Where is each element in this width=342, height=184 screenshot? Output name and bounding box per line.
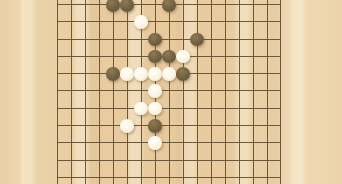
board-cell xyxy=(169,160,183,177)
board-cell xyxy=(211,142,225,159)
board-cell xyxy=(85,90,99,107)
board-cell xyxy=(57,4,71,21)
board-cell xyxy=(127,39,141,56)
white-stone[interactable] xyxy=(162,67,176,81)
board-cell xyxy=(225,4,239,21)
board-cell xyxy=(169,177,183,184)
board-cell xyxy=(71,125,85,142)
board-cell xyxy=(267,21,281,38)
board-cell xyxy=(267,90,281,107)
board-cell xyxy=(85,160,99,177)
board-cell xyxy=(239,160,253,177)
black-stone[interactable] xyxy=(162,0,176,12)
board-cell xyxy=(239,39,253,56)
board-cell xyxy=(211,177,225,184)
wood-background xyxy=(0,0,342,184)
board-cell xyxy=(253,142,267,159)
board-cell xyxy=(253,4,267,21)
board-cell xyxy=(71,4,85,21)
board-cell xyxy=(225,108,239,125)
board-cell xyxy=(169,21,183,38)
board-cell xyxy=(57,125,71,142)
board-cell xyxy=(85,39,99,56)
board-cell xyxy=(57,160,71,177)
white-stone[interactable] xyxy=(134,102,148,116)
board-cell xyxy=(141,177,155,184)
black-stone[interactable] xyxy=(106,0,120,12)
board-cell xyxy=(85,142,99,159)
board-cell xyxy=(99,21,113,38)
board-cell xyxy=(225,73,239,90)
board-cell xyxy=(197,4,211,21)
board-cell xyxy=(211,4,225,21)
board-cell xyxy=(71,21,85,38)
board-cell xyxy=(267,39,281,56)
board-cell xyxy=(169,108,183,125)
white-stone[interactable] xyxy=(120,67,134,81)
board-cell xyxy=(211,21,225,38)
board-cell xyxy=(253,108,267,125)
board-cell xyxy=(183,108,197,125)
board-cell xyxy=(239,90,253,107)
board-cell xyxy=(71,160,85,177)
board-cell xyxy=(239,177,253,184)
board-cell xyxy=(225,39,239,56)
board-cell xyxy=(225,160,239,177)
board-cell xyxy=(211,160,225,177)
board-cell xyxy=(85,125,99,142)
board-cell xyxy=(99,142,113,159)
board-cell xyxy=(155,160,169,177)
board-cell xyxy=(225,21,239,38)
black-stone[interactable] xyxy=(176,67,190,81)
board-cell xyxy=(253,90,267,107)
board-cell xyxy=(169,142,183,159)
board-cell xyxy=(169,90,183,107)
board-cell xyxy=(253,160,267,177)
board-cell xyxy=(127,142,141,159)
board-cell xyxy=(57,56,71,73)
white-stone[interactable] xyxy=(120,119,134,133)
black-stone[interactable] xyxy=(106,67,120,81)
board-cell xyxy=(57,177,71,184)
black-stone[interactable] xyxy=(148,33,162,47)
board-cell xyxy=(225,142,239,159)
board-cell xyxy=(197,160,211,177)
board-cell xyxy=(239,56,253,73)
board-cell xyxy=(71,39,85,56)
board-cell xyxy=(85,21,99,38)
board-cell xyxy=(253,177,267,184)
board-cell xyxy=(113,177,127,184)
board-cell xyxy=(253,39,267,56)
board-cell xyxy=(71,177,85,184)
board-cell xyxy=(211,56,225,73)
board-cell xyxy=(267,160,281,177)
board-cell xyxy=(183,177,197,184)
board-cell xyxy=(99,90,113,107)
board-cell xyxy=(253,73,267,90)
board-cell xyxy=(85,108,99,125)
board-cell xyxy=(169,125,183,142)
board-cell xyxy=(183,125,197,142)
board-cell xyxy=(71,73,85,90)
board-cell xyxy=(113,90,127,107)
board-cell xyxy=(197,142,211,159)
gomoku-board-grid[interactable] xyxy=(57,0,281,184)
board-cell xyxy=(155,177,169,184)
board-cell xyxy=(127,177,141,184)
board-cell xyxy=(253,56,267,73)
board-cell xyxy=(197,125,211,142)
board-cell xyxy=(267,108,281,125)
board-cell xyxy=(99,108,113,125)
board-cell xyxy=(211,108,225,125)
white-stone[interactable] xyxy=(148,136,162,150)
board-cell xyxy=(71,108,85,125)
board-cell xyxy=(267,177,281,184)
board-cell xyxy=(225,177,239,184)
board-cell xyxy=(141,160,155,177)
white-stone[interactable] xyxy=(148,67,162,81)
board-cell xyxy=(71,56,85,73)
board-cell xyxy=(197,108,211,125)
board-cell xyxy=(239,108,253,125)
board-cell xyxy=(267,125,281,142)
board-cell xyxy=(71,142,85,159)
board-cell xyxy=(71,90,85,107)
board-cell xyxy=(183,4,197,21)
board-cell xyxy=(253,21,267,38)
black-stone[interactable] xyxy=(190,33,204,47)
board-cell xyxy=(85,73,99,90)
board-cell xyxy=(99,160,113,177)
board-cell xyxy=(225,56,239,73)
board-cell xyxy=(85,177,99,184)
board-cell xyxy=(99,125,113,142)
black-stone[interactable] xyxy=(120,0,134,12)
board-cell xyxy=(239,73,253,90)
board-cell xyxy=(85,4,99,21)
board-cell xyxy=(211,39,225,56)
board-cell xyxy=(57,108,71,125)
board-cell xyxy=(183,160,197,177)
board-cell xyxy=(183,142,197,159)
board-cell xyxy=(267,56,281,73)
board-cell xyxy=(267,142,281,159)
board-cell xyxy=(113,160,127,177)
white-stone[interactable] xyxy=(134,67,148,81)
board-cell xyxy=(113,39,127,56)
board-cell xyxy=(211,73,225,90)
board-cell xyxy=(225,90,239,107)
board-cell xyxy=(253,125,267,142)
board-cell xyxy=(57,73,71,90)
board-cell xyxy=(127,160,141,177)
board-cell xyxy=(239,21,253,38)
black-stone[interactable] xyxy=(148,119,162,133)
board-cell xyxy=(113,142,127,159)
board-cell xyxy=(85,56,99,73)
board-cell xyxy=(197,73,211,90)
board-cell xyxy=(183,90,197,107)
board-cell xyxy=(197,90,211,107)
board-cell xyxy=(211,125,225,142)
board-cell xyxy=(197,56,211,73)
board-cell xyxy=(57,142,71,159)
white-stone[interactable] xyxy=(148,102,162,116)
board-cell xyxy=(239,142,253,159)
white-stone[interactable] xyxy=(148,84,162,98)
board-cell xyxy=(57,21,71,38)
board-cell xyxy=(99,39,113,56)
white-stone[interactable] xyxy=(134,15,148,29)
board-cell xyxy=(267,73,281,90)
board-cell xyxy=(239,125,253,142)
board-cell xyxy=(239,4,253,21)
board-cell xyxy=(197,177,211,184)
board-cell xyxy=(57,39,71,56)
board-cell xyxy=(113,21,127,38)
board-cell xyxy=(57,90,71,107)
board-cell xyxy=(225,125,239,142)
board-cell xyxy=(267,4,281,21)
board-cell xyxy=(99,177,113,184)
board-cell xyxy=(211,90,225,107)
